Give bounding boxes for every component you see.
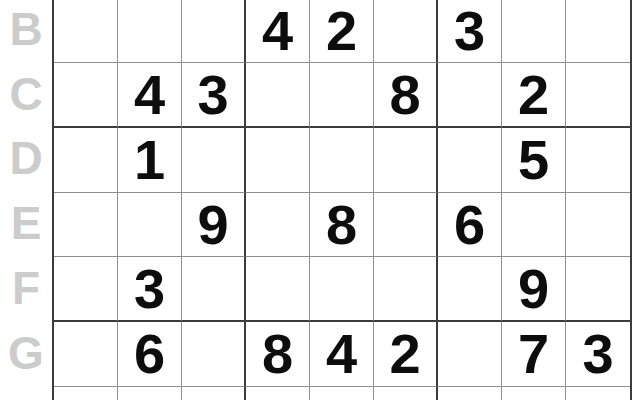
- row-label-F: F: [0, 256, 52, 321]
- cell-H3[interactable]: 4: [182, 387, 246, 400]
- cell-F4[interactable]: [246, 257, 310, 322]
- cell-C9[interactable]: [566, 63, 630, 128]
- cell-B8[interactable]: [502, 0, 566, 63]
- cell-E1[interactable]: [54, 193, 118, 258]
- cell-E7[interactable]: 6: [438, 193, 502, 258]
- cell-C5[interactable]: [310, 63, 374, 128]
- cell-C3[interactable]: 3: [182, 63, 246, 128]
- cell-D2[interactable]: 1: [118, 128, 182, 193]
- cell-H9[interactable]: 5: [566, 387, 630, 400]
- row-label-D: D: [0, 126, 52, 191]
- cell-G6[interactable]: 2: [374, 322, 438, 387]
- cell-C8[interactable]: 2: [502, 63, 566, 128]
- cell-G7[interactable]: [438, 322, 502, 387]
- cell-F2[interactable]: 3: [118, 257, 182, 322]
- cell-G5[interactable]: 4: [310, 322, 374, 387]
- cell-G9[interactable]: 3: [566, 322, 630, 387]
- cell-D6[interactable]: [374, 128, 438, 193]
- cell-E4[interactable]: [246, 193, 310, 258]
- cell-E2[interactable]: [118, 193, 182, 258]
- row-label-C: C: [0, 61, 52, 126]
- cell-E8[interactable]: [502, 193, 566, 258]
- cell-B3[interactable]: [182, 0, 246, 63]
- cell-F8[interactable]: 9: [502, 257, 566, 322]
- cell-G3[interactable]: [182, 322, 246, 387]
- row-label-B: B: [0, 0, 52, 61]
- cell-B2[interactable]: [118, 0, 182, 63]
- cell-E9[interactable]: [566, 193, 630, 258]
- cell-H4[interactable]: [246, 387, 310, 400]
- cell-B7[interactable]: 3: [438, 0, 502, 63]
- cell-C7[interactable]: [438, 63, 502, 128]
- cell-D3[interactable]: [182, 128, 246, 193]
- cell-B9[interactable]: [566, 0, 630, 63]
- cell-E3[interactable]: 9: [182, 193, 246, 258]
- cell-B1[interactable]: [54, 0, 118, 63]
- cell-G4[interactable]: 8: [246, 322, 310, 387]
- cell-E5[interactable]: 8: [310, 193, 374, 258]
- cell-B5[interactable]: 2: [310, 0, 374, 63]
- cell-G2[interactable]: 6: [118, 322, 182, 387]
- cell-H6[interactable]: [374, 387, 438, 400]
- sudoku-grid: 4234382159863968427345: [52, 0, 632, 400]
- cell-D8[interactable]: 5: [502, 128, 566, 193]
- cell-F6[interactable]: [374, 257, 438, 322]
- cell-D1[interactable]: [54, 128, 118, 193]
- cell-F5[interactable]: [310, 257, 374, 322]
- cell-C1[interactable]: [54, 63, 118, 128]
- cell-H1[interactable]: [54, 387, 118, 400]
- cell-C6[interactable]: 8: [374, 63, 438, 128]
- row-label-H: H: [0, 385, 52, 400]
- row-label-G: G: [0, 320, 52, 385]
- cell-H5[interactable]: [310, 387, 374, 400]
- cell-H8[interactable]: [502, 387, 566, 400]
- cell-F1[interactable]: [54, 257, 118, 322]
- cell-B4[interactable]: 4: [246, 0, 310, 63]
- row-label-E: E: [0, 191, 52, 256]
- cell-D7[interactable]: [438, 128, 502, 193]
- cell-D4[interactable]: [246, 128, 310, 193]
- cell-H2[interactable]: [118, 387, 182, 400]
- cell-D5[interactable]: [310, 128, 374, 193]
- cell-G1[interactable]: [54, 322, 118, 387]
- cell-F3[interactable]: [182, 257, 246, 322]
- cell-B6[interactable]: [374, 0, 438, 63]
- cell-F9[interactable]: [566, 257, 630, 322]
- cell-E6[interactable]: [374, 193, 438, 258]
- cell-C2[interactable]: 4: [118, 63, 182, 128]
- cell-F7[interactable]: [438, 257, 502, 322]
- cell-D9[interactable]: [566, 128, 630, 193]
- cell-H7[interactable]: [438, 387, 502, 400]
- cell-G8[interactable]: 7: [502, 322, 566, 387]
- sudoku-board-view: ABCDEFGHI 4234382159863968427345: [0, 0, 640, 400]
- cell-C4[interactable]: [246, 63, 310, 128]
